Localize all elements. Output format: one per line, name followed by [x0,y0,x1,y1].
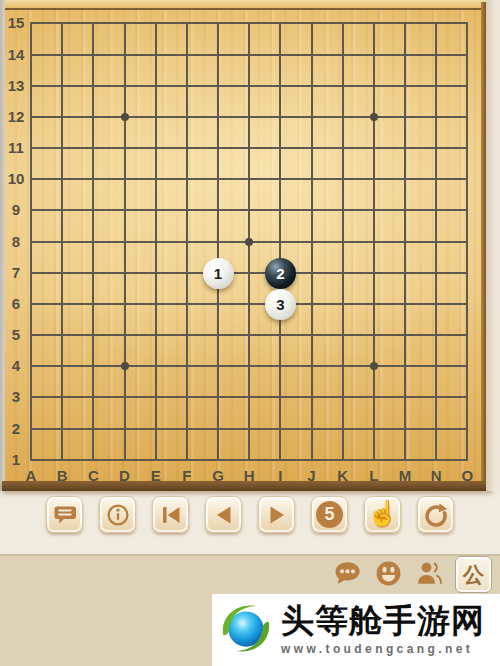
stone-black-2-I7: 2 [265,258,296,289]
left-arrow-icon [211,502,237,528]
row-label: 1 [4,451,28,468]
board-top-bevel [0,0,486,8]
hand-tool-button[interactable]: ☝ [364,496,401,533]
public-button[interactable]: 公 [455,556,492,593]
row-label: 12 [4,108,28,125]
column-label: A [19,467,43,484]
grid-line-h [30,459,468,461]
row-label: 4 [4,357,28,374]
board-top-edge-line [0,8,486,10]
row-label: 6 [4,295,28,312]
column-label: F [175,467,199,484]
grid-line-h [30,334,468,336]
column-label: G [206,467,230,484]
toolbar: 5 ☝ [0,496,500,533]
row-label: 2 [4,420,28,437]
row-label: 8 [4,233,28,250]
column-label: O [455,467,479,484]
row-label: 9 [4,201,28,218]
emoji-button[interactable] [373,559,404,590]
column-label: L [362,467,386,484]
row-label: 7 [4,264,28,281]
grid-line-v [404,22,406,460]
column-label: C [81,467,105,484]
comment-button[interactable] [46,496,83,533]
row-label: 5 [4,326,28,343]
column-label: H [237,467,261,484]
star-point-L4 [370,362,378,370]
stone-white-3-I6: 3 [265,289,296,320]
row-label: 11 [4,139,28,156]
restart-button[interactable] [417,496,454,533]
column-label: E [144,467,168,484]
column-label: N [424,467,448,484]
grid-line-h [30,272,468,274]
refresh-icon [423,502,449,528]
watermark-banner: 头等舱手游网 www.toudengcang.net [212,594,500,666]
grid-line-v [342,22,344,460]
row-label: 13 [4,77,28,94]
grid-line-v [466,22,468,460]
skip-to-start-icon [158,502,184,528]
grid-line-h [30,303,468,305]
gomoku-board[interactable]: 15A14B13C12D11E10F9G8H7I6J5K4L3M2N1O123 [0,0,486,491]
column-label: D [113,467,137,484]
column-label: M [393,467,417,484]
star-point-D12 [121,113,129,121]
column-label: I [268,467,292,484]
grid-line-h [30,396,468,398]
contacts-button[interactable] [414,559,445,590]
speech-bubble-icon [52,502,78,528]
stone-white-1-G7: 1 [203,258,234,289]
chat-button[interactable] [332,559,363,590]
site-url: www.toudengcang.net [281,642,485,656]
grid-line-v [435,22,437,460]
info-icon [105,502,131,528]
gomoku-app-screen: 15A14B13C12D11E10F9G8H7I6J5K4L3M2N1O123 [0,0,500,666]
site-title: 头等舱手游网 [281,604,485,639]
column-label: B [50,467,74,484]
previous-move-button[interactable] [205,496,242,533]
right-arrow-icon [264,502,290,528]
column-label: J [300,467,324,484]
star-point-D4 [121,362,129,370]
grid-line-v [373,22,375,460]
chat-dots-icon [332,558,363,592]
column-label: K [331,467,355,484]
move-counter-button[interactable]: 5 [311,496,348,533]
star-point-L12 [370,113,378,121]
row-label: 14 [4,46,28,63]
first-move-button[interactable] [152,496,189,533]
grid-line-v [279,22,281,460]
social-bar: 公 [332,556,492,593]
grid-line-v [311,22,313,460]
row-label: 10 [4,170,28,187]
row-label: 3 [4,388,28,405]
number-5-badge-icon: 5 [316,501,343,528]
next-move-button[interactable] [258,496,295,533]
board-right-margin [486,0,500,491]
grid-line-h [30,365,468,367]
info-button[interactable] [99,496,136,533]
grid-line-h [30,428,468,430]
smiley-icon [373,558,404,592]
pointing-hand-icon: ☝ [367,501,398,526]
site-text-block: 头等舱手游网 www.toudengcang.net [281,604,485,656]
row-label: 15 [4,14,28,31]
people-icon [414,558,445,592]
site-logo-globe-icon [217,599,275,661]
star-point-H8 [245,238,253,246]
